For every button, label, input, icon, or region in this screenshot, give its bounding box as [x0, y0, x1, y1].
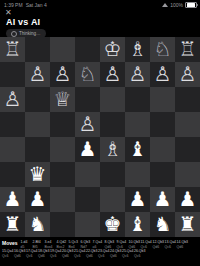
piece-black-rook: ♖ [4, 37, 22, 62]
square-g6[interactable] [150, 87, 175, 112]
piece-white-bishop: ♝ [129, 212, 147, 237]
square-b7[interactable]: ♙ [25, 62, 50, 87]
square-d6[interactable] [75, 87, 100, 112]
piece-black-pawn: ♙ [79, 112, 97, 137]
wifi-icon [162, 3, 168, 7]
black-move: Qc6 [74, 254, 85, 259]
status-pill-label: Thinking… [19, 31, 41, 36]
black-move: Qd6 [177, 245, 188, 250]
move-pair-23[interactable]: 23.Qa4Qc6 [98, 249, 109, 258]
move-pair-21[interactable]: 21.Qa4Qc6 [74, 249, 85, 258]
square-c8[interactable] [50, 37, 75, 62]
square-a4[interactable] [0, 137, 25, 162]
status-bar: 1:39 PM Sat Jan 4 100% [4, 1, 197, 9]
piece-white-pawn: ♟ [79, 137, 97, 162]
square-d4[interactable]: ♟ [75, 137, 100, 162]
square-d2[interactable] [75, 187, 100, 212]
black-move: Qc6 [98, 254, 109, 259]
black-move: Qd6 [153, 245, 164, 250]
black-move: Qc6 [2, 254, 13, 259]
square-h7[interactable]: ♙ [175, 62, 200, 87]
chess-board: ♖♔♗♘♖♙♙♘♙♙♙♙♙♕♙♟♗♝♛♟♟♟♟♟♜♞♚♝♞♜ [0, 37, 200, 237]
square-a7[interactable] [0, 62, 25, 87]
move-pair-7[interactable]: 7.Qa4a6 [93, 240, 104, 249]
square-f2[interactable]: ♟ [125, 187, 150, 212]
black-move: Qd6 [14, 254, 25, 259]
piece-white-pawn: ♟ [29, 187, 47, 212]
black-move: Qd6 [38, 254, 49, 259]
square-h4[interactable] [175, 137, 200, 162]
square-c4[interactable] [50, 137, 75, 162]
square-d1[interactable] [75, 212, 100, 237]
square-f1[interactable]: ♝ [125, 212, 150, 237]
square-g2[interactable]: ♟ [150, 187, 175, 212]
black-move: Qd6 [86, 254, 97, 259]
square-e4[interactable]: ♗ [100, 137, 125, 162]
piece-black-knight: ♘ [79, 62, 97, 87]
move-pair-14[interactable]: 14.Qb3Qd6 [177, 240, 188, 249]
piece-black-pawn: ♙ [179, 62, 197, 87]
piece-black-bishop: ♗ [129, 37, 147, 62]
square-b4[interactable] [25, 137, 50, 162]
move-pair-9[interactable]: 9.Qa4Qc6 [117, 240, 128, 249]
piece-white-pawn: ♟ [4, 187, 22, 212]
square-b6[interactable] [25, 87, 50, 112]
square-c2[interactable] [50, 187, 75, 212]
square-a5[interactable] [0, 112, 25, 137]
piece-black-pawn: ♙ [4, 87, 22, 112]
square-e1[interactable]: ♚ [100, 212, 125, 237]
black-move: Qc6 [134, 254, 145, 259]
square-e3[interactable] [100, 162, 125, 187]
battery-percent: 100% [170, 2, 183, 8]
move-pair-20[interactable]: 20.Qb3Qd6 [62, 249, 73, 258]
move-pair-26[interactable]: 26.Qb3Qc6 [134, 249, 145, 258]
move-pair-11[interactable]: 11.Qa4Qc6 [141, 240, 152, 249]
move-pair-19[interactable]: 19.Qa4Qc6 [50, 249, 61, 258]
move-pair-18[interactable]: 18.Qb3Qd6 [38, 249, 49, 258]
move-pair-2[interactable]: 2.Bf4Bf5 [33, 240, 44, 249]
black-move: Qc6 [122, 254, 133, 259]
square-d8[interactable] [75, 37, 100, 62]
move-pair-25[interactable]: 25.Qa4Qc6 [122, 249, 133, 258]
move-pair-22[interactable]: 22.Qb3Qd6 [86, 249, 97, 258]
square-a8[interactable]: ♖ [0, 37, 25, 62]
square-b3[interactable]: ♛ [25, 162, 50, 187]
move-list: Moves 1.d4d52.Bf4Bf53.e4Bxe44.Qd2Bxc25.Q… [0, 239, 200, 266]
piece-white-bishop: ♝ [129, 137, 147, 162]
square-c5[interactable] [50, 112, 75, 137]
move-list-label: Moves [2, 240, 18, 249]
piece-black-king: ♔ [104, 37, 122, 62]
square-a1[interactable]: ♜ [0, 212, 25, 237]
square-d3[interactable] [75, 162, 100, 187]
piece-black-bishop: ♗ [104, 137, 122, 162]
square-e5[interactable] [100, 112, 125, 137]
square-c7[interactable]: ♙ [50, 62, 75, 87]
square-h6[interactable] [175, 87, 200, 112]
black-move: Qc6 [165, 245, 176, 250]
piece-white-rook: ♜ [179, 212, 197, 237]
square-g8[interactable]: ♘ [150, 37, 175, 62]
move-pair-12[interactable]: 12.Qb3Qd6 [153, 240, 164, 249]
move-pair-10[interactable]: 10.Qb3Qd6 [129, 240, 140, 249]
app-screen: 1:39 PM Sat Jan 4 100% ✕ AI vs AI Thinki… [0, 0, 200, 266]
page-title: AI vs AI [6, 17, 40, 27]
square-b1[interactable]: ♞ [25, 212, 50, 237]
date: Sat Jan 4 [26, 2, 47, 8]
black-move: Qc6 [50, 254, 61, 259]
square-e6[interactable] [100, 87, 125, 112]
move-pair-17[interactable]: 17.Qa4Qc6 [26, 249, 37, 258]
square-c3[interactable] [50, 162, 75, 187]
square-f7[interactable]: ♙ [125, 62, 150, 87]
battery-icon [185, 2, 197, 9]
piece-black-pawn: ♙ [154, 62, 172, 87]
piece-black-pawn: ♙ [129, 62, 147, 87]
piece-white-pawn: ♟ [179, 187, 197, 212]
piece-black-pawn: ♙ [54, 62, 72, 87]
piece-black-rook: ♖ [179, 37, 197, 62]
piece-white-rook: ♜ [4, 212, 22, 237]
square-h3[interactable] [175, 162, 200, 187]
square-f8[interactable]: ♗ [125, 37, 150, 62]
square-c1[interactable] [50, 212, 75, 237]
black-move: Qd6 [110, 254, 121, 259]
piece-white-pawn: ♟ [129, 187, 147, 212]
square-e2[interactable] [100, 187, 125, 212]
square-f5[interactable] [125, 112, 150, 137]
spinner-icon [11, 31, 17, 37]
square-b2[interactable]: ♟ [25, 187, 50, 212]
black-move: Qd6 [62, 254, 73, 259]
square-g5[interactable] [150, 112, 175, 137]
square-f6[interactable] [125, 87, 150, 112]
square-e7[interactable]: ♙ [100, 62, 125, 87]
square-g1[interactable]: ♞ [150, 212, 175, 237]
piece-white-pawn: ♟ [154, 187, 172, 212]
square-c6[interactable]: ♕ [50, 87, 75, 112]
move-pair-1[interactable]: 1.d4d5 [21, 240, 32, 249]
square-d5[interactable]: ♙ [75, 112, 100, 137]
move-pair-24[interactable]: 24.Qb3Qd6 [110, 249, 121, 258]
piece-white-queen: ♛ [29, 162, 47, 187]
piece-white-knight: ♞ [154, 212, 172, 237]
square-f4[interactable]: ♝ [125, 137, 150, 162]
piece-black-queen: ♕ [54, 87, 72, 112]
square-h5[interactable] [175, 112, 200, 137]
move-pair-16[interactable]: 16.Qb3Qd6 [14, 249, 25, 258]
move-pair-6[interactable]: 6.Qb3Nd7 [81, 240, 92, 249]
move-pair-8[interactable]: 8.Qb3Qd6 [105, 240, 116, 249]
square-b5[interactable] [25, 112, 50, 137]
square-g3[interactable] [150, 162, 175, 187]
piece-black-knight: ♘ [154, 37, 172, 62]
square-h2[interactable]: ♟ [175, 187, 200, 212]
square-a3[interactable] [0, 162, 25, 187]
piece-white-king: ♚ [104, 212, 122, 237]
square-b8[interactable] [25, 37, 50, 62]
piece-black-pawn: ♙ [104, 62, 122, 87]
square-d7[interactable]: ♘ [75, 62, 100, 87]
close-button[interactable]: ✕ [5, 9, 12, 17]
black-move: Qc6 [26, 254, 37, 259]
square-e8[interactable]: ♔ [100, 37, 125, 62]
move-pair-5[interactable]: 5.Qc3Be4 [69, 240, 80, 249]
move-pair-15[interactable]: 15.Qa4Qc6 [2, 249, 13, 258]
move-pair-3[interactable]: 3.e4Bxe4 [45, 240, 56, 249]
square-g4[interactable] [150, 137, 175, 162]
square-a2[interactable]: ♟ [0, 187, 25, 212]
square-a6[interactable]: ♙ [0, 87, 25, 112]
square-f3[interactable] [125, 162, 150, 187]
piece-black-pawn: ♙ [29, 62, 47, 87]
move-pair-13[interactable]: 13.Qa4Qc6 [165, 240, 176, 249]
square-h1[interactable]: ♜ [175, 212, 200, 237]
square-g7[interactable]: ♙ [150, 62, 175, 87]
piece-white-knight: ♞ [29, 212, 47, 237]
square-h8[interactable]: ♖ [175, 37, 200, 62]
move-pair-4[interactable]: 4.Qd2Bxc2 [57, 240, 68, 249]
